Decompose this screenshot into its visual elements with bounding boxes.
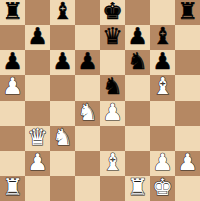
square-b2[interactable]: ♟ [25,151,50,176]
square-d6[interactable]: ♟ [75,50,100,75]
square-f5[interactable] [125,75,150,100]
square-d2[interactable] [75,151,100,176]
square-b1[interactable] [25,176,50,201]
piece-white-knight: ♞ [52,126,73,149]
square-f2[interactable] [125,151,150,176]
square-f6[interactable]: ♞ [125,50,150,75]
square-e3[interactable] [100,126,125,151]
square-d4[interactable]: ♞ [75,101,100,126]
square-e5[interactable]: ♞ [100,75,125,100]
square-e6[interactable] [100,50,125,75]
square-e4[interactable]: ♟ [100,101,125,126]
piece-black-pawn: ♟ [27,25,48,48]
square-g6[interactable]: ♟ [150,50,175,75]
square-c6[interactable]: ♟ [50,50,75,75]
square-c5[interactable] [50,75,75,100]
piece-black-pawn: ♟ [152,50,173,73]
square-f1[interactable]: ♜ [125,176,150,201]
piece-white-pawn: ♟ [152,151,173,174]
square-a4[interactable] [0,101,25,126]
square-h2[interactable]: ♟ [175,151,200,176]
square-f8[interactable] [125,0,150,25]
piece-black-pawn: ♟ [2,50,23,73]
square-f7[interactable]: ♟ [125,25,150,50]
square-g7[interactable]: ♝ [150,25,175,50]
piece-white-rook: ♜ [127,176,148,199]
piece-white-bishop: ♝ [102,151,123,174]
square-g2[interactable]: ♟ [150,151,175,176]
square-c2[interactable] [50,151,75,176]
square-b8[interactable] [25,0,50,25]
piece-black-rook: ♜ [2,0,23,23]
square-h1[interactable] [175,176,200,201]
piece-black-queen: ♛ [102,25,123,48]
square-d8[interactable] [75,0,100,25]
chess-board: ♜♝♚♜♟♛♟♝♟♟♟♞♟♟♞♝♞♟♛♞♟♝♟♟♜♜♚ [0,0,200,201]
square-a3[interactable] [0,126,25,151]
square-g4[interactable] [150,101,175,126]
piece-white-pawn: ♟ [177,151,198,174]
square-g1[interactable]: ♚ [150,176,175,201]
piece-white-knight: ♞ [77,101,98,124]
piece-black-bishop: ♝ [152,25,173,48]
piece-black-bishop: ♝ [52,0,73,23]
square-c8[interactable]: ♝ [50,0,75,25]
square-d1[interactable] [75,176,100,201]
square-d7[interactable] [75,25,100,50]
piece-white-queen: ♛ [27,126,48,149]
square-b7[interactable]: ♟ [25,25,50,50]
square-h7[interactable] [175,25,200,50]
square-e7[interactable]: ♛ [100,25,125,50]
square-b5[interactable] [25,75,50,100]
square-h6[interactable] [175,50,200,75]
piece-black-knight: ♞ [102,75,123,98]
square-c3[interactable]: ♞ [50,126,75,151]
square-e2[interactable]: ♝ [100,151,125,176]
piece-white-pawn: ♟ [27,151,48,174]
square-e1[interactable] [100,176,125,201]
square-b4[interactable] [25,101,50,126]
piece-white-pawn: ♟ [2,75,23,98]
square-f4[interactable] [125,101,150,126]
square-g8[interactable] [150,0,175,25]
square-b3[interactable]: ♛ [25,126,50,151]
square-h5[interactable] [175,75,200,100]
square-a7[interactable] [0,25,25,50]
piece-black-king: ♚ [102,0,123,23]
piece-white-rook: ♜ [2,176,23,199]
square-b6[interactable] [25,50,50,75]
square-h8[interactable]: ♜ [175,0,200,25]
square-d3[interactable] [75,126,100,151]
piece-black-rook: ♜ [177,0,198,23]
square-d5[interactable] [75,75,100,100]
square-a2[interactable] [0,151,25,176]
piece-black-pawn: ♟ [77,50,98,73]
square-a5[interactable]: ♟ [0,75,25,100]
square-a8[interactable]: ♜ [0,0,25,25]
square-h3[interactable] [175,126,200,151]
piece-black-knight: ♞ [127,50,148,73]
square-c1[interactable] [50,176,75,201]
piece-black-pawn: ♟ [127,25,148,48]
piece-white-bishop: ♝ [152,75,173,98]
square-g3[interactable] [150,126,175,151]
square-c4[interactable] [50,101,75,126]
square-f3[interactable] [125,126,150,151]
square-a1[interactable]: ♜ [0,176,25,201]
piece-white-king: ♚ [152,176,173,199]
piece-black-pawn: ♟ [52,50,73,73]
piece-white-pawn: ♟ [102,101,123,124]
square-a6[interactable]: ♟ [0,50,25,75]
square-g5[interactable]: ♝ [150,75,175,100]
square-e8[interactable]: ♚ [100,0,125,25]
square-c7[interactable] [50,25,75,50]
square-h4[interactable] [175,101,200,126]
